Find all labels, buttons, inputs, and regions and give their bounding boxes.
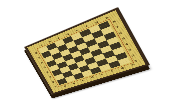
chessboard-product-photo: abcdefgh abcdefgh 87654321 87654321 bbox=[0, 0, 175, 105]
coordinate-label: 1 bbox=[52, 84, 59, 90]
